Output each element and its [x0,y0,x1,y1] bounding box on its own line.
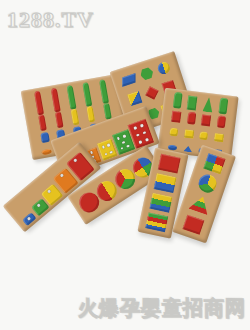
metal-pin [47,189,51,193]
yellow-green-blue-stripes-piece [149,193,172,213]
red-cyl-piece [217,115,226,128]
red-peg-piece [55,111,64,128]
red-square-piece [183,214,205,234]
dice-pip [122,141,125,144]
green-square-piece [187,96,198,111]
red-square-piece [201,114,211,126]
blue-cyl-piece [22,212,36,226]
blue-para-piece [122,73,135,87]
yellow-cyl-piece [169,128,178,137]
yellow-peg-piece [87,106,96,123]
blue-tri-piece [183,145,193,152]
green-cyl-piece [219,98,229,115]
dice-pip [145,138,148,141]
green-cyl-piece [172,92,182,109]
red-cyl-piece [187,112,196,125]
green-cyl-piece [31,198,49,216]
blue-cyl-piece [40,132,50,143]
metal-pin [27,217,31,221]
dice-pip [107,144,110,147]
blue-red-green-yellow-quad-piece [203,153,225,174]
watermark-site-logo: 1288.TV [7,7,94,33]
metal-pin [73,158,77,162]
dice-pip [102,146,105,149]
watermark-site-name: 火爆孕婴童招商网 [78,295,246,322]
solid-blocks-board [157,88,238,161]
dice-pip [123,134,126,137]
product-photo-backdrop: 1288.TV 火爆孕婴童招商网 [0,0,250,330]
orange-disc-piece [41,149,52,156]
yellow-blue-stripes-piece [154,173,177,193]
green-red-yellow-blue-stripes-piece [145,212,168,232]
dice-pip [136,133,139,136]
dice-pip [120,147,123,150]
dice-pip [134,126,137,129]
dice-pip [139,140,142,143]
green-peg-piece [66,85,76,110]
dice-pip [143,131,146,134]
dice-pip [127,145,130,148]
yellow-cyl-piece [200,131,209,140]
dice-pip [104,152,107,155]
metal-pin [60,173,64,177]
yellow-square-piece [184,129,194,138]
green-tri-piece [202,97,214,113]
dice-pip [109,151,112,154]
yellow-peg-piece [71,109,80,126]
red-diamond-piece [145,86,158,99]
green-peg-piece [103,103,112,120]
red-square-piece [171,111,181,123]
dice-pip [140,124,143,127]
green-hex-piece [139,66,155,81]
metal-pin [36,203,40,207]
red-peg-piece [50,88,60,113]
green-peg-piece [99,79,109,104]
yellow-blue-diag-piece [127,91,142,106]
dice-pip [117,137,120,140]
red-peg-piece [38,114,47,131]
red-peg-piece [34,91,44,116]
yellow-blue-circle-piece [157,60,172,75]
red-square-piece [158,154,181,174]
green-peg-piece [83,82,93,107]
yellow-square-piece [214,133,224,142]
dice-pip [90,151,93,154]
